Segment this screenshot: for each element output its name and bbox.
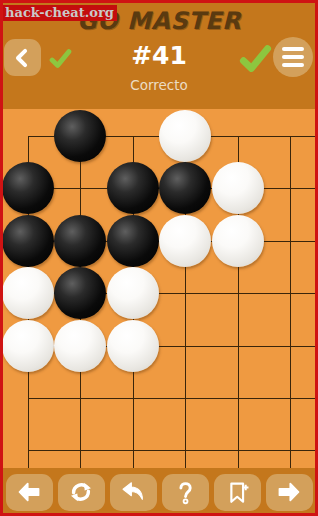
menu-button[interactable] (273, 37, 313, 77)
stone-black (107, 215, 159, 267)
stone-white (107, 267, 159, 319)
stone-black (107, 162, 159, 214)
stone-black (2, 215, 54, 267)
bookmark-button[interactable] (214, 474, 261, 511)
undo-button[interactable] (110, 474, 157, 511)
stone-black (54, 110, 106, 162)
stone-white (2, 267, 54, 319)
toolbar (0, 468, 318, 516)
go-board[interactable] (0, 109, 318, 468)
stone-black (54, 215, 106, 267)
arrow-left-icon (16, 479, 42, 505)
bookmark-add-icon (224, 479, 250, 505)
undo-icon (120, 479, 146, 505)
restart-button[interactable] (58, 474, 105, 511)
arrow-right-icon (276, 479, 302, 505)
stone-black (159, 162, 211, 214)
previous-problem-button[interactable] (6, 474, 53, 511)
header: hack-cheat.org GO MASTER #41 C (0, 0, 318, 109)
stone-black (54, 267, 106, 319)
refresh-icon (68, 479, 94, 505)
hint-button[interactable] (162, 474, 209, 511)
check-icon (239, 42, 272, 75)
stone-white (107, 320, 159, 372)
stone-white (159, 110, 211, 162)
stone-white (159, 215, 211, 267)
stone-black (2, 162, 54, 214)
stone-white (212, 215, 264, 267)
question-icon (172, 479, 198, 505)
stone-white (54, 320, 106, 372)
app-screen: hack-cheat.org GO MASTER #41 C (0, 0, 318, 516)
status-text: Correcto (0, 77, 318, 93)
stones-layer (2, 110, 316, 477)
stone-white (2, 320, 54, 372)
next-problem-button[interactable] (266, 474, 313, 511)
stone-white (212, 162, 264, 214)
watermark-banner: hack-cheat.org (3, 5, 117, 21)
